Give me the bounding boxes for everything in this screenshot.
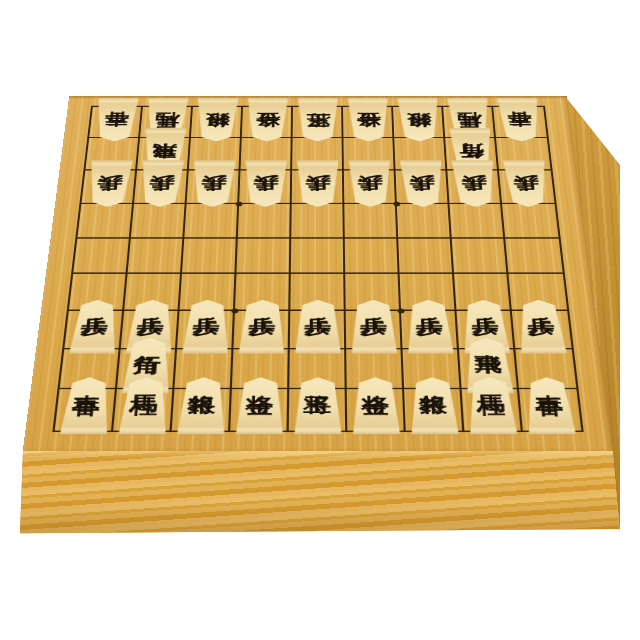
piece-gote-pawn-8[interactable]: 歩兵 (449, 161, 501, 208)
board-cell[interactable] (184, 204, 239, 239)
piece-slot: 歩兵 (239, 170, 292, 203)
board-cell[interactable] (291, 204, 344, 239)
piece-slot: 金将 (230, 389, 289, 430)
piece-slot: 桂馬 (462, 389, 523, 430)
piece-slot: 銀将 (404, 389, 464, 430)
piece-slot: 歩兵 (134, 170, 189, 203)
board-cell[interactable] (182, 238, 238, 274)
piece-slot: 歩兵 (447, 170, 502, 203)
board-cell[interactable] (344, 204, 398, 239)
board-cell[interactable] (452, 238, 509, 274)
board-cell[interactable] (291, 238, 345, 274)
piece-gote-silver-r[interactable]: 銀将 (395, 98, 444, 142)
piece-slot: 歩兵 (396, 170, 450, 203)
piece-gote-pawn-6[interactable]: 歩兵 (346, 161, 395, 208)
board-cell[interactable] (397, 204, 452, 239)
piece-gote-gold-r[interactable]: 金将 (345, 98, 392, 142)
board-cell[interactable] (236, 238, 291, 274)
piece-slot: 歩兵 (290, 311, 346, 349)
piece-slot: 歩兵 (64, 311, 124, 349)
piece-slot: 金将 (347, 389, 406, 430)
board-cell[interactable] (502, 204, 559, 239)
board-cell[interactable] (398, 238, 454, 274)
piece-slot: 玉将 (289, 389, 348, 430)
piece-gote-lance-r[interactable]: 香車 (494, 98, 545, 142)
piece-slot: 歩兵 (187, 170, 241, 203)
piece-slot: 歩兵 (401, 311, 459, 349)
piece-slot: 歩兵 (292, 170, 345, 203)
piece-slot: 香車 (55, 389, 117, 430)
piece-slot: 銀将 (172, 389, 232, 430)
board-grid[interactable]: 香車桂馬銀将金将王将金将銀将桂馬香車飛車角行歩兵歩兵歩兵歩兵歩兵歩兵歩兵歩兵歩兵… (52, 106, 583, 432)
piece-gote-pawn-4[interactable]: 歩兵 (241, 161, 290, 208)
piece-slot: 銀将 (191, 107, 243, 138)
piece-gote-pawn-2[interactable]: 歩兵 (136, 161, 188, 208)
piece-gote-gold-l[interactable]: 金将 (244, 98, 291, 142)
piece-gote-silver-l[interactable]: 銀将 (193, 98, 242, 142)
piece-gote-king[interactable]: 王将 (295, 98, 342, 142)
piece-slot: 歩兵 (233, 311, 290, 349)
piece-slot: 歩兵 (344, 170, 397, 203)
board-cell[interactable] (131, 204, 187, 239)
piece-slot: 歩兵 (81, 170, 137, 203)
board-cell[interactable] (73, 238, 131, 274)
board-cell[interactable] (345, 238, 400, 274)
shogi-board: 香車桂馬銀将金将王将金将銀将桂馬香車飛車角行歩兵歩兵歩兵歩兵歩兵歩兵歩兵歩兵歩兵… (23, 96, 613, 451)
board-cell[interactable] (77, 204, 134, 239)
piece-gote-pawn-3[interactable]: 歩兵 (188, 161, 238, 208)
piece-slot: 香車 (519, 389, 581, 430)
board-cell[interactable] (238, 204, 292, 239)
piece-slot: 銀将 (393, 107, 445, 138)
piece-slot: 金将 (242, 107, 293, 138)
piece-gote-pawn-7[interactable]: 歩兵 (397, 161, 447, 208)
board-cell[interactable] (505, 238, 563, 274)
piece-slot: 歩兵 (177, 311, 235, 349)
piece-slot: 歩兵 (512, 311, 572, 349)
piece-slot: 香車 (89, 107, 143, 138)
piece-slot: 王将 (293, 107, 344, 138)
piece-slot: 歩兵 (346, 311, 403, 349)
shogi-scene: 香車桂馬銀将金将王将金将銀将桂馬香車飛車角行歩兵歩兵歩兵歩兵歩兵歩兵歩兵歩兵歩兵… (0, 0, 640, 640)
piece-slot: 歩兵 (499, 170, 555, 203)
piece-gote-pawn-5[interactable]: 歩兵 (294, 161, 342, 208)
piece-slot: 金将 (343, 107, 394, 138)
piece-slot: 香車 (493, 107, 547, 138)
board-cell[interactable] (128, 238, 185, 274)
piece-gote-lance-l[interactable]: 香車 (91, 98, 142, 142)
board-front-face (20, 450, 620, 534)
piece-slot: 桂馬 (113, 389, 174, 430)
board-cell[interactable] (449, 204, 505, 239)
